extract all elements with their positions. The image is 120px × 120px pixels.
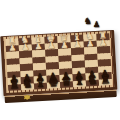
board-field: ♜♞♝♚♛♝♞♜♟♟♟♟♟♟♟♟♟♟♟♟♟♟♟♟♜♞♝♚♛♝♞♜ (5, 33, 112, 91)
square-f8[interactable]: ♝ (34, 82, 47, 89)
brass-clasp-icon (24, 95, 31, 100)
piece-black-queen[interactable]: ♛ (61, 75, 72, 88)
chess-board: ♜♞♝♚♛♝♞♜♟♟♟♟♟♟♟♟♟♟♟♟♟♟♟♟♜♞♝♚♛♝♞♜ (0, 30, 118, 103)
black-pawn-display: ♟ (93, 21, 100, 29)
product-photo-scene: ♞♟ ♜♞♝♚♛♝♞♜♟♟♟♟♟♟♟♟♟♟♟♟♟♟♟♟♜♞♝♚♛♝♞♜ (0, 0, 120, 120)
board-frame: ♜♞♝♚♛♝♞♜♟♟♟♟♟♟♟♟♟♟♟♟♟♟♟♟♜♞♝♚♛♝♞♜ (0, 30, 117, 96)
piece-black-bishop[interactable]: ♝ (74, 75, 85, 88)
piece-black-rook[interactable]: ♜ (100, 73, 111, 86)
square-a8[interactable]: ♜ (99, 79, 112, 86)
piece-black-knight[interactable]: ♞ (87, 74, 98, 87)
black-knight-display: ♞ (84, 17, 92, 26)
piece-black-king[interactable]: ♚ (48, 76, 59, 89)
square-c8[interactable]: ♝ (73, 80, 86, 87)
piece-black-rook[interactable]: ♜ (9, 78, 20, 91)
square-b8[interactable]: ♞ (86, 79, 99, 86)
square-h8[interactable]: ♜ (8, 84, 21, 91)
square-g8[interactable]: ♞ (21, 83, 34, 90)
inlay-band: ♜♞♝♚♛♝♞♜♟♟♟♟♟♟♟♟♟♟♟♟♟♟♟♟♜♞♝♚♛♝♞♜ (3, 31, 114, 93)
square-d8[interactable]: ♛ (60, 81, 73, 88)
square-e8[interactable]: ♚ (47, 81, 60, 88)
piece-black-knight[interactable]: ♞ (22, 77, 33, 90)
piece-black-bishop[interactable]: ♝ (35, 77, 46, 90)
